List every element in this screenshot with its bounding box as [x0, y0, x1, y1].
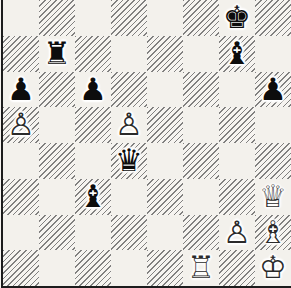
- square-a8: [3, 0, 39, 36]
- square-b7: ♜: [39, 36, 75, 72]
- square-e1: [147, 250, 183, 286]
- square-a7: [3, 36, 39, 72]
- square-d8: [111, 0, 147, 36]
- square-b6: [39, 72, 75, 108]
- square-h4: [255, 143, 291, 179]
- square-h7: [255, 36, 291, 72]
- square-g1: [219, 250, 255, 286]
- square-a3: [3, 179, 39, 215]
- square-g7: ♝: [219, 36, 255, 72]
- square-e8: [147, 0, 183, 36]
- square-d3: [111, 179, 147, 215]
- square-f4: [183, 143, 219, 179]
- square-g3: [219, 179, 255, 215]
- square-e7: [147, 36, 183, 72]
- square-c1: [75, 250, 111, 286]
- square-c3: ♝: [75, 179, 111, 215]
- square-c8: [75, 0, 111, 36]
- square-h2: ♗: [255, 215, 291, 251]
- square-f7: [183, 36, 219, 72]
- square-e3: [147, 179, 183, 215]
- chess-board: ♚♜♝♟♟♟♙♙♛♝♕♙♗♖♔: [1, 0, 291, 288]
- square-h6: ♟: [255, 72, 291, 108]
- square-h1: ♔: [255, 250, 291, 286]
- square-b8: [39, 0, 75, 36]
- square-d5: ♙: [111, 107, 147, 143]
- piece-white-bishop: ♗: [259, 215, 287, 251]
- square-f3: [183, 179, 219, 215]
- square-g8: ♚: [219, 0, 255, 36]
- piece-white-king: ♔: [259, 250, 287, 286]
- square-e6: [147, 72, 183, 108]
- piece-black-bishop: ♝: [223, 36, 251, 72]
- piece-black-pawn: ♟: [79, 72, 107, 108]
- piece-black-pawn: ♟: [259, 72, 287, 108]
- square-g4: [219, 143, 255, 179]
- piece-white-pawn: ♙: [115, 107, 143, 143]
- square-a2: [3, 215, 39, 251]
- square-c7: [75, 36, 111, 72]
- piece-black-pawn: ♟: [7, 72, 35, 108]
- piece-black-king: ♚: [223, 0, 251, 36]
- square-c5: [75, 107, 111, 143]
- square-d6: [111, 72, 147, 108]
- square-a6: ♟: [3, 72, 39, 108]
- square-b1: [39, 250, 75, 286]
- square-e4: [147, 143, 183, 179]
- square-h3: ♕: [255, 179, 291, 215]
- square-c4: [75, 143, 111, 179]
- square-f6: [183, 72, 219, 108]
- piece-white-pawn: ♙: [7, 107, 35, 143]
- square-h5: [255, 107, 291, 143]
- square-f2: [183, 215, 219, 251]
- piece-black-bishop: ♝: [79, 179, 107, 215]
- piece-white-rook: ♖: [187, 250, 215, 286]
- square-e5: [147, 107, 183, 143]
- square-c6: ♟: [75, 72, 111, 108]
- piece-white-pawn: ♙: [223, 215, 251, 251]
- square-f8: [183, 0, 219, 36]
- square-g5: [219, 107, 255, 143]
- piece-white-queen: ♕: [259, 179, 287, 215]
- square-f1: ♖: [183, 250, 219, 286]
- piece-black-queen: ♛: [115, 143, 143, 179]
- piece-black-rook: ♜: [43, 36, 71, 72]
- chess-diagram: ♚♜♝♟♟♟♙♙♛♝♕♙♗♖♔: [0, 0, 291, 288]
- square-b4: [39, 143, 75, 179]
- square-d2: [111, 215, 147, 251]
- square-b3: [39, 179, 75, 215]
- square-f5: [183, 107, 219, 143]
- square-a4: [3, 143, 39, 179]
- square-d4: ♛: [111, 143, 147, 179]
- square-b2: [39, 215, 75, 251]
- square-a1: [3, 250, 39, 286]
- square-g6: [219, 72, 255, 108]
- square-h8: [255, 0, 291, 36]
- square-b5: [39, 107, 75, 143]
- square-a5: ♙: [3, 107, 39, 143]
- square-d7: [111, 36, 147, 72]
- square-d1: [111, 250, 147, 286]
- square-g2: ♙: [219, 215, 255, 251]
- square-c2: [75, 215, 111, 251]
- square-e2: [147, 215, 183, 251]
